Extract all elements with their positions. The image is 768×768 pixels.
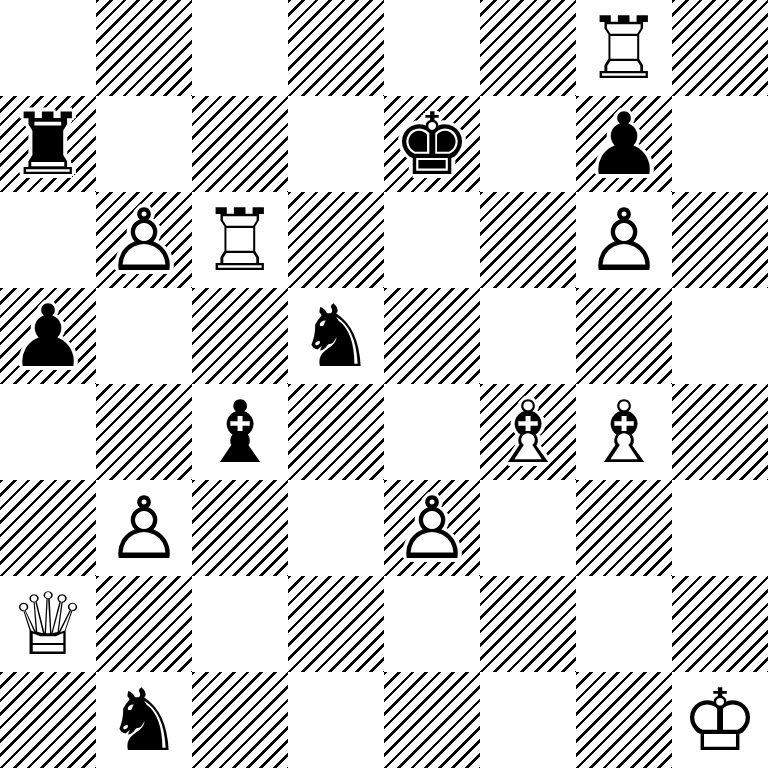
square-a1[interactable] (0, 672, 96, 768)
white-bishop: ♗ (480, 384, 576, 480)
square-h3[interactable] (672, 480, 768, 576)
square-f1[interactable] (480, 672, 576, 768)
black-knight-silhouette: ♞ (96, 672, 192, 768)
white-king-silhouette: ♚ (672, 672, 768, 768)
black-king: ♚ (384, 96, 480, 192)
square-b7[interactable] (96, 96, 192, 192)
square-f8[interactable] (480, 0, 576, 96)
square-c3[interactable] (192, 480, 288, 576)
square-h4[interactable] (672, 384, 768, 480)
square-b3[interactable]: ♟♙ (96, 480, 192, 576)
white-pawn: ♙ (384, 480, 480, 576)
square-f6[interactable] (480, 192, 576, 288)
square-b8[interactable] (96, 0, 192, 96)
white-rook: ♖ (192, 192, 288, 288)
square-c7[interactable] (192, 96, 288, 192)
square-g6[interactable]: ♟♙ (576, 192, 672, 288)
square-c5[interactable] (192, 288, 288, 384)
square-g1[interactable] (576, 672, 672, 768)
square-h2[interactable] (672, 576, 768, 672)
square-h6[interactable] (672, 192, 768, 288)
square-e2[interactable] (384, 576, 480, 672)
white-queen: ♕ (0, 576, 96, 672)
square-f7[interactable] (480, 96, 576, 192)
square-g3[interactable] (576, 480, 672, 576)
square-e4[interactable] (384, 384, 480, 480)
black-pawn-silhouette: ♟ (0, 288, 96, 384)
black-rook-silhouette: ♜ (0, 96, 96, 192)
black-bishop: ♝ (192, 384, 288, 480)
white-rook: ♖ (576, 0, 672, 96)
square-b6[interactable]: ♟♙ (96, 192, 192, 288)
square-f2[interactable] (480, 576, 576, 672)
square-d5[interactable]: ♞♞ (288, 288, 384, 384)
square-b4[interactable] (96, 384, 192, 480)
square-b2[interactable] (96, 576, 192, 672)
square-a6[interactable] (0, 192, 96, 288)
white-rook-silhouette: ♜ (576, 0, 672, 96)
black-knight: ♞ (288, 288, 384, 384)
square-d7[interactable] (288, 96, 384, 192)
square-e6[interactable] (384, 192, 480, 288)
square-g7[interactable]: ♟♟ (576, 96, 672, 192)
chess-board: ♜♖♜♜♚♚♟♟♟♙♜♖♟♙♟♟♞♞♝♝♝♗♝♗♟♙♟♙♛♕♞♞♚♔ (0, 0, 768, 768)
square-f3[interactable] (480, 480, 576, 576)
square-c4[interactable]: ♝♝ (192, 384, 288, 480)
square-d1[interactable] (288, 672, 384, 768)
white-queen-silhouette: ♛ (0, 576, 96, 672)
square-e7[interactable]: ♚♚ (384, 96, 480, 192)
square-f4[interactable]: ♝♗ (480, 384, 576, 480)
white-bishop-silhouette: ♝ (480, 384, 576, 480)
white-bishop: ♗ (576, 384, 672, 480)
square-b1[interactable]: ♞♞ (96, 672, 192, 768)
square-h8[interactable] (672, 0, 768, 96)
square-d4[interactable] (288, 384, 384, 480)
white-pawn: ♙ (96, 480, 192, 576)
square-d3[interactable] (288, 480, 384, 576)
square-g5[interactable] (576, 288, 672, 384)
square-a5[interactable]: ♟♟ (0, 288, 96, 384)
white-pawn: ♙ (96, 192, 192, 288)
square-e8[interactable] (384, 0, 480, 96)
square-e1[interactable] (384, 672, 480, 768)
square-e3[interactable]: ♟♙ (384, 480, 480, 576)
square-g4[interactable]: ♝♗ (576, 384, 672, 480)
square-e5[interactable] (384, 288, 480, 384)
square-a7[interactable]: ♜♜ (0, 96, 96, 192)
square-c2[interactable] (192, 576, 288, 672)
black-pawn: ♟ (576, 96, 672, 192)
square-b5[interactable] (96, 288, 192, 384)
square-a2[interactable]: ♛♕ (0, 576, 96, 672)
black-rook: ♜ (0, 96, 96, 192)
white-pawn-silhouette: ♟ (576, 192, 672, 288)
square-c8[interactable] (192, 0, 288, 96)
white-pawn-silhouette: ♟ (96, 480, 192, 576)
black-pawn-silhouette: ♟ (576, 96, 672, 192)
square-d2[interactable] (288, 576, 384, 672)
white-pawn: ♙ (576, 192, 672, 288)
square-g8[interactable]: ♜♖ (576, 0, 672, 96)
square-d6[interactable] (288, 192, 384, 288)
white-king: ♔ (672, 672, 768, 768)
square-c6[interactable]: ♜♖ (192, 192, 288, 288)
square-d8[interactable] (288, 0, 384, 96)
square-h5[interactable] (672, 288, 768, 384)
black-bishop-silhouette: ♝ (192, 384, 288, 480)
square-h7[interactable] (672, 96, 768, 192)
black-king-silhouette: ♚ (384, 96, 480, 192)
square-a8[interactable] (0, 0, 96, 96)
square-a4[interactable] (0, 384, 96, 480)
square-a3[interactable] (0, 480, 96, 576)
white-pawn-silhouette: ♟ (96, 192, 192, 288)
black-knight-silhouette: ♞ (288, 288, 384, 384)
square-c1[interactable] (192, 672, 288, 768)
white-rook-silhouette: ♜ (192, 192, 288, 288)
black-knight: ♞ (96, 672, 192, 768)
white-pawn-silhouette: ♟ (384, 480, 480, 576)
square-g2[interactable] (576, 576, 672, 672)
black-pawn: ♟ (0, 288, 96, 384)
square-h1[interactable]: ♚♔ (672, 672, 768, 768)
square-f5[interactable] (480, 288, 576, 384)
white-bishop-silhouette: ♝ (576, 384, 672, 480)
